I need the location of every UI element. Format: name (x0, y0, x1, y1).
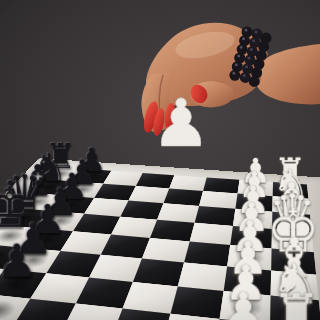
hand-holding-pawn: ♟ (0, 0, 320, 320)
photo-scene: ♜♟♟♜♞♟♟♞♝♟♟♝♛♟♟♛♚♟♟♚♝♟♟♝♞♟♟♞♜♟♟♜ ♟ (0, 0, 320, 320)
